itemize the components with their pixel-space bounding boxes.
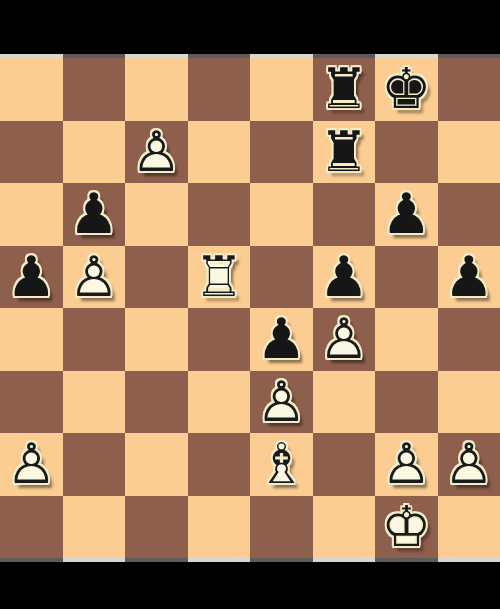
board-edge-segment: [63, 558, 126, 562]
square-a1[interactable]: [0, 496, 63, 559]
piece-outline-glyph: ♙: [438, 433, 500, 496]
white-rook-piece[interactable]: ♜♖: [188, 246, 251, 309]
white-king-piece[interactable]: ♚♔: [375, 496, 438, 559]
square-c6[interactable]: [125, 183, 188, 246]
white-pawn-piece[interactable]: ♟♙: [438, 433, 500, 496]
piece-outline-glyph: ♔: [375, 496, 438, 559]
square-e4[interactable]: ♟: [250, 308, 313, 371]
piece-fill-glyph: ♟: [63, 183, 126, 246]
square-e5[interactable]: [250, 246, 313, 309]
piece-fill-glyph: ♟: [375, 183, 438, 246]
square-c5[interactable]: [125, 246, 188, 309]
square-b1[interactable]: [63, 496, 126, 559]
square-h6[interactable]: [438, 183, 500, 246]
square-g8[interactable]: ♚: [375, 58, 438, 121]
square-e8[interactable]: [250, 58, 313, 121]
black-pawn-piece[interactable]: ♟: [0, 246, 63, 309]
square-a3[interactable]: [0, 371, 63, 434]
square-g4[interactable]: [375, 308, 438, 371]
black-pawn-piece[interactable]: ♟: [313, 246, 376, 309]
piece-fill-glyph: ♚: [375, 58, 438, 121]
square-h1[interactable]: [438, 496, 500, 559]
square-c1[interactable]: [125, 496, 188, 559]
square-h2[interactable]: ♟♙: [438, 433, 500, 496]
square-f8[interactable]: ♜: [313, 58, 376, 121]
white-pawn-piece[interactable]: ♟♙: [0, 433, 63, 496]
square-f5[interactable]: ♟: [313, 246, 376, 309]
square-f6[interactable]: [313, 183, 376, 246]
piece-fill-glyph: ♟: [250, 308, 313, 371]
piece-outline-glyph: ♙: [250, 371, 313, 434]
black-rook-piece[interactable]: ♜: [313, 58, 376, 121]
square-b3[interactable]: [63, 371, 126, 434]
square-e6[interactable]: [250, 183, 313, 246]
square-e7[interactable]: [250, 121, 313, 184]
square-b2[interactable]: [63, 433, 126, 496]
piece-fill-glyph: ♜: [313, 58, 376, 121]
square-c3[interactable]: [125, 371, 188, 434]
piece-fill-glyph: ♟: [438, 246, 500, 309]
square-d4[interactable]: [188, 308, 251, 371]
square-f7[interactable]: ♜: [313, 121, 376, 184]
board-edge-segment: [313, 558, 376, 562]
square-b8[interactable]: [63, 58, 126, 121]
square-e2[interactable]: ♝♗: [250, 433, 313, 496]
square-g7[interactable]: [375, 121, 438, 184]
square-g6[interactable]: ♟: [375, 183, 438, 246]
square-h4[interactable]: [438, 308, 500, 371]
board-edge-segment: [375, 558, 438, 562]
square-g2[interactable]: ♟♙: [375, 433, 438, 496]
square-b6[interactable]: ♟: [63, 183, 126, 246]
black-rook-piece[interactable]: ♜: [313, 121, 376, 184]
square-b7[interactable]: [63, 121, 126, 184]
black-pawn-piece[interactable]: ♟: [438, 246, 500, 309]
square-a4[interactable]: [0, 308, 63, 371]
square-d3[interactable]: [188, 371, 251, 434]
square-d5[interactable]: ♜♖: [188, 246, 251, 309]
square-a8[interactable]: [0, 58, 63, 121]
black-pawn-piece[interactable]: ♟: [375, 183, 438, 246]
chess-app-screen: ♜♚♟♙♜♟♟♟♟♙♜♖♟♟♟♟♙♟♙♟♙♝♗♟♙♟♙♚♔: [0, 0, 500, 609]
square-c8[interactable]: [125, 58, 188, 121]
board-edge-segment: [188, 558, 251, 562]
piece-outline-glyph: ♙: [375, 433, 438, 496]
white-pawn-piece[interactable]: ♟♙: [250, 371, 313, 434]
white-pawn-piece[interactable]: ♟♙: [125, 121, 188, 184]
white-pawn-piece[interactable]: ♟♙: [313, 308, 376, 371]
black-pawn-piece[interactable]: ♟: [250, 308, 313, 371]
white-pawn-piece[interactable]: ♟♙: [63, 246, 126, 309]
square-d6[interactable]: [188, 183, 251, 246]
square-g3[interactable]: [375, 371, 438, 434]
square-d8[interactable]: [188, 58, 251, 121]
square-e1[interactable]: [250, 496, 313, 559]
board-edge-segment: [125, 558, 188, 562]
square-e3[interactable]: ♟♙: [250, 371, 313, 434]
piece-outline-glyph: ♙: [125, 121, 188, 184]
board-edge-segment: [250, 558, 313, 562]
square-c2[interactable]: [125, 433, 188, 496]
piece-outline-glyph: ♙: [0, 433, 63, 496]
square-c4[interactable]: [125, 308, 188, 371]
piece-fill-glyph: ♜: [313, 121, 376, 184]
piece-outline-glyph: ♖: [188, 246, 251, 309]
square-f3[interactable]: [313, 371, 376, 434]
square-g1[interactable]: ♚♔: [375, 496, 438, 559]
piece-outline-glyph: ♙: [313, 308, 376, 371]
square-h5[interactable]: ♟: [438, 246, 500, 309]
chess-board[interactable]: ♜♚♟♙♜♟♟♟♟♙♜♖♟♟♟♟♙♟♙♟♙♝♗♟♙♟♙♚♔: [0, 58, 500, 558]
square-a6[interactable]: [0, 183, 63, 246]
board-edge-segment: [0, 558, 63, 562]
square-d7[interactable]: [188, 121, 251, 184]
black-pawn-piece[interactable]: ♟: [63, 183, 126, 246]
piece-outline-glyph: ♙: [63, 246, 126, 309]
black-king-piece[interactable]: ♚: [375, 58, 438, 121]
square-h3[interactable]: [438, 371, 500, 434]
square-h8[interactable]: [438, 58, 500, 121]
square-a2[interactable]: ♟♙: [0, 433, 63, 496]
square-f2[interactable]: [313, 433, 376, 496]
white-pawn-piece[interactable]: ♟♙: [375, 433, 438, 496]
square-a5[interactable]: ♟: [0, 246, 63, 309]
square-a7[interactable]: [0, 121, 63, 184]
square-f4[interactable]: ♟♙: [313, 308, 376, 371]
square-d2[interactable]: [188, 433, 251, 496]
white-bishop-piece[interactable]: ♝♗: [250, 433, 313, 496]
board-edge-segment: [438, 558, 500, 562]
piece-fill-glyph: ♟: [313, 246, 376, 309]
square-f1[interactable]: [313, 496, 376, 559]
square-d1[interactable]: [188, 496, 251, 559]
square-c7[interactable]: ♟♙: [125, 121, 188, 184]
square-b4[interactable]: [63, 308, 126, 371]
square-b5[interactable]: ♟♙: [63, 246, 126, 309]
square-g5[interactable]: [375, 246, 438, 309]
square-h7[interactable]: [438, 121, 500, 184]
board-bottom-edge: [0, 558, 500, 562]
piece-outline-glyph: ♗: [250, 433, 313, 496]
piece-fill-glyph: ♟: [0, 246, 63, 309]
